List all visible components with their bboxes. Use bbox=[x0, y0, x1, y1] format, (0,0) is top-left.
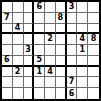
sudoku-cell[interactable] bbox=[77, 67, 88, 78]
sudoku-cell[interactable]: 8 bbox=[88, 34, 99, 45]
sudoku-cell[interactable] bbox=[2, 67, 13, 78]
sudoku-cell[interactable] bbox=[13, 88, 24, 99]
sudoku-cell[interactable] bbox=[13, 56, 24, 67]
sudoku-cell[interactable] bbox=[77, 77, 88, 88]
sudoku-cell[interactable] bbox=[45, 13, 56, 24]
sudoku-cell[interactable] bbox=[88, 13, 99, 24]
sudoku-cell[interactable] bbox=[24, 2, 35, 13]
sudoku-cell[interactable] bbox=[88, 45, 99, 56]
sudoku-cell[interactable]: 6 bbox=[34, 2, 45, 13]
sudoku-cell[interactable] bbox=[45, 77, 56, 88]
sudoku-cell[interactable] bbox=[56, 56, 67, 67]
sudoku-cell[interactable] bbox=[67, 67, 78, 78]
sudoku-cell[interactable] bbox=[2, 34, 13, 45]
sudoku-cell[interactable]: 4 bbox=[77, 34, 88, 45]
sudoku-cell[interactable] bbox=[77, 88, 88, 99]
sudoku-cell[interactable] bbox=[34, 24, 45, 35]
sudoku-cell[interactable] bbox=[2, 77, 13, 88]
sudoku-cell[interactable] bbox=[56, 67, 67, 78]
sudoku-cell[interactable] bbox=[45, 56, 56, 67]
sudoku-cell[interactable]: 6 bbox=[2, 56, 13, 67]
sudoku-cell[interactable] bbox=[77, 2, 88, 13]
sudoku-cell[interactable] bbox=[2, 2, 13, 13]
sudoku-cell[interactable] bbox=[24, 77, 35, 88]
sudoku-cell[interactable] bbox=[24, 88, 35, 99]
sudoku-cell[interactable] bbox=[34, 45, 45, 56]
sudoku-cell[interactable]: 1 bbox=[77, 45, 88, 56]
sudoku-cell[interactable] bbox=[56, 45, 67, 56]
sudoku-cell[interactable]: 1 bbox=[34, 67, 45, 78]
sudoku-cell[interactable] bbox=[2, 88, 13, 99]
sudoku-cell[interactable] bbox=[56, 34, 67, 45]
sudoku-cell[interactable]: 5 bbox=[34, 56, 45, 67]
sudoku-cell[interactable] bbox=[56, 77, 67, 88]
sudoku-board: 63784248316521476 bbox=[0, 0, 101, 101]
sudoku-cell[interactable] bbox=[67, 56, 78, 67]
sudoku-cell[interactable] bbox=[24, 24, 35, 35]
sudoku-cell[interactable]: 2 bbox=[13, 67, 24, 78]
sudoku-cell[interactable]: 7 bbox=[2, 13, 13, 24]
sudoku-cell[interactable] bbox=[34, 77, 45, 88]
sudoku-cell[interactable]: 4 bbox=[13, 24, 24, 35]
sudoku-cell[interactable] bbox=[45, 24, 56, 35]
sudoku-cell[interactable]: 7 bbox=[67, 77, 78, 88]
sudoku-cell[interactable] bbox=[34, 13, 45, 24]
sudoku-cell[interactable] bbox=[77, 24, 88, 35]
sudoku-cell[interactable] bbox=[34, 34, 45, 45]
sudoku-cell[interactable] bbox=[34, 88, 45, 99]
sudoku-cell[interactable]: 4 bbox=[45, 67, 56, 78]
sudoku-cell[interactable] bbox=[67, 24, 78, 35]
sudoku-cell[interactable] bbox=[24, 67, 35, 78]
sudoku-cell[interactable] bbox=[13, 77, 24, 88]
sudoku-cell[interactable] bbox=[56, 88, 67, 99]
sudoku-cell[interactable] bbox=[45, 2, 56, 13]
sudoku-cell[interactable] bbox=[13, 34, 24, 45]
sudoku-cell[interactable]: 6 bbox=[67, 88, 78, 99]
sudoku-cell[interactable] bbox=[88, 24, 99, 35]
sudoku-cell[interactable] bbox=[13, 45, 24, 56]
sudoku-cell[interactable] bbox=[13, 13, 24, 24]
sudoku-cell[interactable] bbox=[56, 2, 67, 13]
sudoku-cell[interactable] bbox=[88, 56, 99, 67]
sudoku-cell[interactable]: 3 bbox=[67, 2, 78, 13]
sudoku-cell[interactable] bbox=[24, 56, 35, 67]
sudoku-cell[interactable]: 8 bbox=[56, 13, 67, 24]
sudoku-cell[interactable] bbox=[2, 24, 13, 35]
sudoku-cell[interactable] bbox=[13, 2, 24, 13]
sudoku-cell[interactable] bbox=[77, 56, 88, 67]
sudoku-cell[interactable] bbox=[24, 34, 35, 45]
sudoku-cell[interactable] bbox=[67, 13, 78, 24]
sudoku-cell[interactable] bbox=[24, 13, 35, 24]
sudoku-cell[interactable] bbox=[67, 45, 78, 56]
sudoku-cell[interactable] bbox=[88, 88, 99, 99]
sudoku-cell[interactable] bbox=[2, 45, 13, 56]
sudoku-cell[interactable]: 2 bbox=[45, 34, 56, 45]
sudoku-cell[interactable]: 3 bbox=[24, 45, 35, 56]
sudoku-cell[interactable] bbox=[56, 24, 67, 35]
sudoku-cell[interactable] bbox=[88, 77, 99, 88]
sudoku-cell[interactable] bbox=[77, 13, 88, 24]
sudoku-cell[interactable] bbox=[88, 67, 99, 78]
sudoku-cell[interactable] bbox=[67, 34, 78, 45]
sudoku-cell[interactable] bbox=[45, 88, 56, 99]
sudoku-cell[interactable] bbox=[88, 2, 99, 13]
sudoku-cell[interactable] bbox=[45, 45, 56, 56]
